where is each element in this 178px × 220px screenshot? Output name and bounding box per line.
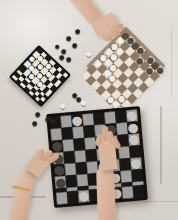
scene: ●●●●●●●●● ●●●●●●●●●●●●●●●●●●●●●●●● ●●●●●…	[0, 0, 178, 220]
loose-dark-piece: ●	[72, 42, 77, 48]
scattered-pieces: ●●●●●●●●●●●●●●●●	[0, 0, 178, 220]
loose-dark-piece: ●	[51, 119, 55, 124]
loose-light-piece: ●	[81, 100, 86, 106]
loose-dark-piece: ●	[45, 116, 50, 122]
loose-light-piece: ●	[60, 103, 65, 109]
loose-dark-piece: ●	[35, 111, 40, 117]
loose-dark-piece: ●	[66, 56, 71, 62]
loose-dark-piece: ●	[55, 44, 59, 49]
loose-dark-piece: ●	[32, 120, 37, 126]
loose-dark-piece: ●	[75, 28, 80, 34]
loose-light-piece: ●	[86, 51, 91, 57]
loose-dark-piece: ●	[59, 54, 64, 60]
loose-dark-piece: ●	[66, 35, 71, 41]
